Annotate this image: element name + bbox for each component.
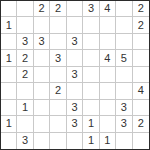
cell-r2c1-clue: 1 [1, 17, 17, 33]
cell-r4c3-empty[interactable] [34, 50, 50, 66]
cell-r3c5-clue: 3 [67, 34, 83, 50]
cell-r4c7-clue: 4 [100, 50, 116, 66]
cell-r8c1-clue: 1 [1, 116, 17, 132]
cell-r6c3-empty[interactable] [34, 83, 50, 99]
cell-r2c5-empty[interactable] [67, 17, 83, 33]
cell-r9c5-empty[interactable] [67, 133, 83, 149]
cell-r5c3-empty[interactable] [34, 67, 50, 83]
cell-r6c8-empty[interactable] [116, 83, 132, 99]
cell-r8c2-empty[interactable] [17, 116, 33, 132]
cell-r5c8-empty[interactable] [116, 67, 132, 83]
cell-r2c3-empty[interactable] [34, 17, 50, 33]
cell-r4c4-clue: 3 [50, 50, 66, 66]
cell-r9c1-empty[interactable] [1, 133, 17, 149]
cell-r9c9-empty[interactable] [133, 133, 149, 149]
cell-r4c1-clue: 1 [1, 50, 17, 66]
cell-r4c6-empty[interactable] [83, 50, 99, 66]
cell-r6c6-empty[interactable] [83, 83, 99, 99]
cell-r3c8-empty[interactable] [116, 34, 132, 50]
cell-r1c1-empty[interactable] [1, 1, 17, 17]
cell-r6c7-empty[interactable] [100, 83, 116, 99]
cell-r7c4-empty[interactable] [50, 100, 66, 116]
cell-r1c2-empty[interactable] [17, 1, 33, 17]
cell-r7c7-empty[interactable] [100, 100, 116, 116]
cell-r7c3-empty[interactable] [34, 100, 50, 116]
cell-r8c9-clue: 2 [133, 116, 149, 132]
cell-r4c2-clue: 2 [17, 50, 33, 66]
cell-r2c8-empty[interactable] [116, 17, 132, 33]
cell-r4c9-empty[interactable] [133, 50, 149, 66]
cell-r3c1-empty[interactable] [1, 34, 17, 50]
cell-r4c8-clue: 5 [116, 50, 132, 66]
cell-r4c5-empty[interactable] [67, 50, 83, 66]
cell-r8c3-empty[interactable] [34, 116, 50, 132]
cell-r1c9-clue: 2 [133, 1, 149, 17]
minesweeper-board: 223421233312345232413313132311 [0, 0, 150, 150]
cell-r8c4-empty[interactable] [50, 116, 66, 132]
cell-r9c7-clue: 1 [100, 133, 116, 149]
cell-r7c1-empty[interactable] [1, 100, 17, 116]
cell-r8c5-clue: 3 [67, 116, 83, 132]
cell-r7c5-clue: 3 [67, 100, 83, 116]
cell-r6c1-empty[interactable] [1, 83, 17, 99]
puzzle-area: 223421233312345232413313132311 [0, 0, 150, 150]
cell-r7c2-clue: 1 [17, 100, 33, 116]
cell-r2c6-empty[interactable] [83, 17, 99, 33]
cell-r2c4-empty[interactable] [50, 17, 66, 33]
cell-r6c9-clue: 4 [133, 83, 149, 99]
cell-r5c7-empty[interactable] [100, 67, 116, 83]
cell-r1c4-clue: 2 [50, 1, 66, 17]
cell-r5c1-empty[interactable] [1, 67, 17, 83]
cell-r6c2-empty[interactable] [17, 83, 33, 99]
cell-r8c6-clue: 1 [83, 116, 99, 132]
cell-r3c3-clue: 3 [34, 34, 50, 50]
cell-r8c8-clue: 3 [116, 116, 132, 132]
cell-r5c4-empty[interactable] [50, 67, 66, 83]
cell-r1c8-empty[interactable] [116, 1, 132, 17]
cell-r5c9-empty[interactable] [133, 67, 149, 83]
cell-r7c9-empty[interactable] [133, 100, 149, 116]
cell-r5c2-clue: 2 [17, 67, 33, 83]
cell-r3c4-empty[interactable] [50, 34, 66, 50]
cell-r6c4-clue: 2 [50, 83, 66, 99]
cell-r9c8-empty[interactable] [116, 133, 132, 149]
cell-r9c2-clue: 3 [17, 133, 33, 149]
cell-r2c7-empty[interactable] [100, 17, 116, 33]
cell-r5c6-empty[interactable] [83, 67, 99, 83]
cell-r2c2-empty[interactable] [17, 17, 33, 33]
cell-r8c7-empty[interactable] [100, 116, 116, 132]
cell-r9c4-empty[interactable] [50, 133, 66, 149]
cell-r1c7-clue: 4 [100, 1, 116, 17]
cell-r7c6-empty[interactable] [83, 100, 99, 116]
cell-r3c7-empty[interactable] [100, 34, 116, 50]
cell-r6c5-empty[interactable] [67, 83, 83, 99]
cell-r3c9-empty[interactable] [133, 34, 149, 50]
cell-r1c6-clue: 3 [83, 1, 99, 17]
cell-r3c2-clue: 3 [17, 34, 33, 50]
cell-r7c8-clue: 3 [116, 100, 132, 116]
cell-r1c3-clue: 2 [34, 1, 50, 17]
cell-r1c5-empty[interactable] [67, 1, 83, 17]
cell-r9c6-clue: 1 [83, 133, 99, 149]
cell-r3c6-empty[interactable] [83, 34, 99, 50]
cell-r9c3-empty[interactable] [34, 133, 50, 149]
cell-r2c9-clue: 2 [133, 17, 149, 33]
cell-r5c5-clue: 3 [67, 67, 83, 83]
